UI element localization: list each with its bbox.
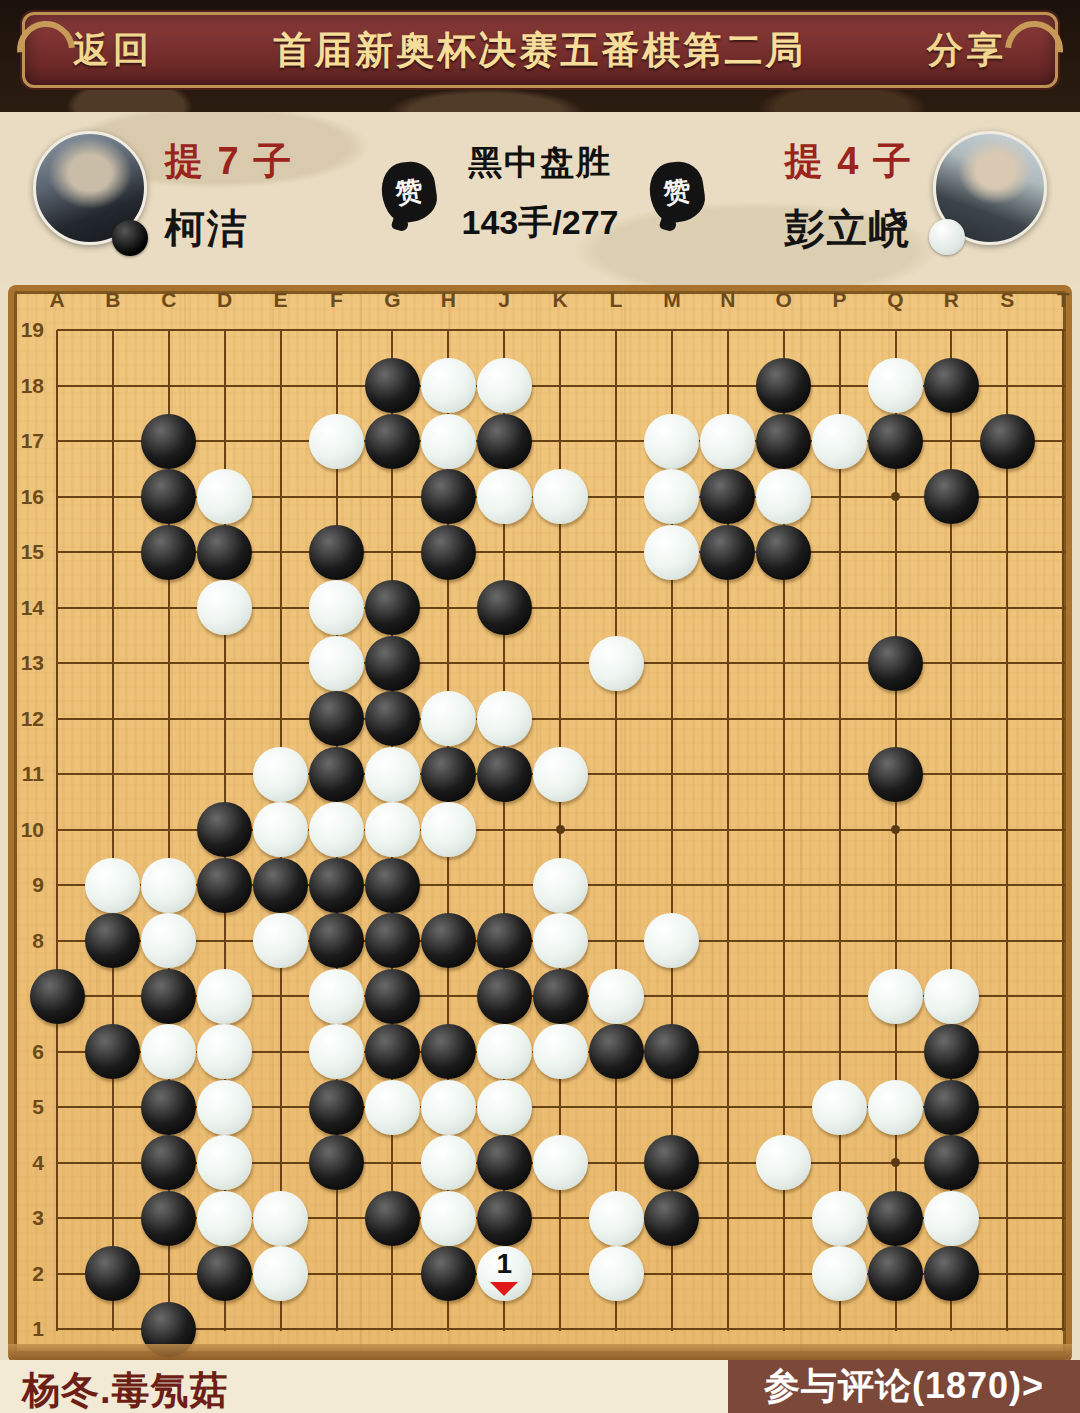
- white-stone-D6: [197, 1024, 252, 1079]
- black-stone-J11: [477, 747, 532, 802]
- white-stone-D5: [197, 1080, 252, 1135]
- comment-username: 杨冬.毒氖菇: [22, 1365, 229, 1413]
- black-stone-H16: [421, 469, 476, 524]
- column-label: D: [211, 288, 239, 312]
- white-stone-K16: [533, 469, 588, 524]
- black-stone-C7: [141, 969, 196, 1024]
- player-left-name: 柯洁: [165, 201, 293, 256]
- white-stone-G5: [365, 1080, 420, 1135]
- white-stone-P17: [812, 414, 867, 469]
- column-label: L: [602, 288, 630, 312]
- black-stone-badge: [112, 220, 148, 256]
- black-stone-K7: [533, 969, 588, 1024]
- row-label: 17: [14, 429, 44, 453]
- white-stone-Q18: [868, 358, 923, 413]
- column-label: S: [993, 288, 1021, 312]
- last-move-triangle-icon: [490, 1282, 518, 1296]
- black-stone-D2: [197, 1246, 252, 1301]
- go-board[interactable]: ABCDEFGHJKLMNOPQRST191817161514131211109…: [8, 285, 1072, 1360]
- white-stone-D7: [197, 969, 252, 1024]
- game-result: 黑中盘胜 143手/277: [430, 140, 650, 246]
- black-stone-Q17: [868, 414, 923, 469]
- black-stone-Q2: [868, 1246, 923, 1301]
- black-stone-R6: [924, 1024, 979, 1079]
- column-label: J: [490, 288, 518, 312]
- grid-line: [839, 330, 841, 1331]
- black-stone-F4: [309, 1135, 364, 1190]
- white-stone-C9: [141, 858, 196, 913]
- row-label: 10: [14, 818, 44, 842]
- black-stone-E9: [253, 858, 308, 913]
- black-stone-H8: [421, 913, 476, 968]
- white-stone-D16: [197, 469, 252, 524]
- black-stone-J17: [477, 414, 532, 469]
- black-stone-B2: [85, 1246, 140, 1301]
- white-stone-J2: 1: [477, 1246, 532, 1301]
- black-stone-Q3: [868, 1191, 923, 1246]
- row-label: 4: [14, 1151, 44, 1175]
- white-stone-D14: [197, 580, 252, 635]
- black-stone-D15: [197, 525, 252, 580]
- page-title: 首届新奥杯决赛五番棋第二局: [274, 25, 807, 76]
- white-stone-C8: [141, 913, 196, 968]
- black-stone-O17: [756, 414, 811, 469]
- white-stone-G10: [365, 802, 420, 857]
- white-stone-R7: [924, 969, 979, 1024]
- column-label: K: [546, 288, 574, 312]
- column-label: B: [99, 288, 127, 312]
- player-info-bar: 提 7 子 柯洁 赞 黑中盘胜 143手/277 赞 提 4 子 彭立峣: [0, 112, 1080, 285]
- row-label: 5: [14, 1095, 44, 1119]
- black-stone-A7: [30, 969, 85, 1024]
- column-label: M: [658, 288, 686, 312]
- column-label: G: [378, 288, 406, 312]
- row-label: 6: [14, 1040, 44, 1064]
- hoshi-point: [556, 825, 565, 834]
- black-stone-C3: [141, 1191, 196, 1246]
- row-label: 16: [14, 485, 44, 509]
- grid-line: [56, 330, 58, 1331]
- top-texture-strip: 返回 首届新奥杯决赛五番棋第二局 分享: [0, 0, 1080, 112]
- grid-line: [112, 330, 114, 1331]
- black-stone-G13: [365, 636, 420, 691]
- black-stone-L6: [589, 1024, 644, 1079]
- black-stone-H6: [421, 1024, 476, 1079]
- black-stone-Q11: [868, 747, 923, 802]
- black-stone-G7: [365, 969, 420, 1024]
- hoshi-point: [891, 1158, 900, 1167]
- grid-line: [57, 1328, 1065, 1330]
- white-stone-C6: [141, 1024, 196, 1079]
- row-label: 18: [14, 374, 44, 398]
- white-stone-K4: [533, 1135, 588, 1190]
- black-stone-O18: [756, 358, 811, 413]
- result-text: 黑中盘胜: [430, 140, 650, 186]
- black-stone-C1: [141, 1302, 196, 1357]
- white-stone-E10: [253, 802, 308, 857]
- white-stone-Q7: [868, 969, 923, 1024]
- white-stone-O16: [756, 469, 811, 524]
- black-stone-R4: [924, 1135, 979, 1190]
- row-label: 11: [14, 762, 44, 786]
- white-stone-M15: [644, 525, 699, 580]
- white-stone-H5: [421, 1080, 476, 1135]
- grid-line: [57, 718, 1065, 720]
- black-stone-D10: [197, 802, 252, 857]
- white-stone-K9: [533, 858, 588, 913]
- black-stone-F11: [309, 747, 364, 802]
- row-label: 2: [14, 1262, 44, 1286]
- white-stone-F14: [309, 580, 364, 635]
- white-stone-J12: [477, 691, 532, 746]
- black-stone-J8: [477, 913, 532, 968]
- column-label: Q: [882, 288, 910, 312]
- black-stone-R5: [924, 1080, 979, 1135]
- black-stone-C5: [141, 1080, 196, 1135]
- white-stone-H18: [421, 358, 476, 413]
- column-label: E: [267, 288, 295, 312]
- white-stone-K11: [533, 747, 588, 802]
- black-stone-M3: [644, 1191, 699, 1246]
- white-stone-Q5: [868, 1080, 923, 1135]
- white-stone-M17: [644, 414, 699, 469]
- hoshi-point: [891, 825, 900, 834]
- white-stone-F10: [309, 802, 364, 857]
- white-stone-L2: [589, 1246, 644, 1301]
- row-label: 9: [14, 873, 44, 897]
- black-stone-H2: [421, 1246, 476, 1301]
- black-stone-G6: [365, 1024, 420, 1079]
- black-stone-F8: [309, 913, 364, 968]
- black-stone-R18: [924, 358, 979, 413]
- white-stone-L7: [589, 969, 644, 1024]
- column-label: F: [323, 288, 351, 312]
- black-stone-M4: [644, 1135, 699, 1190]
- white-stone-J18: [477, 358, 532, 413]
- white-stone-K6: [533, 1024, 588, 1079]
- comment-bar: 杨冬.毒氖菇 参与评论(1870)>: [0, 1360, 1080, 1413]
- white-stone-H17: [421, 414, 476, 469]
- black-stone-C4: [141, 1135, 196, 1190]
- white-stone-D4: [197, 1135, 252, 1190]
- hoshi-point: [891, 492, 900, 501]
- row-label: 3: [14, 1206, 44, 1230]
- black-stone-R16: [924, 469, 979, 524]
- white-stone-H12: [421, 691, 476, 746]
- black-stone-J14: [477, 580, 532, 635]
- title-bar: 返回 首届新奥杯决赛五番棋第二局 分享: [22, 12, 1058, 88]
- black-stone-Q13: [868, 636, 923, 691]
- black-stone-O15: [756, 525, 811, 580]
- white-stone-G11: [365, 747, 420, 802]
- black-stone-G8: [365, 913, 420, 968]
- white-stone-F7: [309, 969, 364, 1024]
- white-stone-H10: [421, 802, 476, 857]
- column-label: C: [155, 288, 183, 312]
- black-stone-J3: [477, 1191, 532, 1246]
- white-stone-O4: [756, 1135, 811, 1190]
- row-label: 12: [14, 707, 44, 731]
- white-stone-H4: [421, 1135, 476, 1190]
- player-right-captures: 提 4 子: [785, 136, 913, 187]
- comment-button[interactable]: 参与评论(1870)>: [728, 1360, 1080, 1413]
- white-stone-badge: [929, 219, 965, 255]
- grid-line: [57, 329, 1065, 331]
- black-stone-B8: [85, 913, 140, 968]
- black-stone-B6: [85, 1024, 140, 1079]
- grid-line: [1006, 330, 1008, 1331]
- white-stone-F13: [309, 636, 364, 691]
- white-stone-R3: [924, 1191, 979, 1246]
- white-stone-B9: [85, 858, 140, 913]
- row-label: 19: [14, 318, 44, 342]
- zan-stamp-icon: 赞: [646, 159, 708, 226]
- black-stone-H15: [421, 525, 476, 580]
- black-stone-G14: [365, 580, 420, 635]
- black-stone-H11: [421, 747, 476, 802]
- player-right-name: 彭立峣: [785, 201, 913, 256]
- grid-line: [1062, 330, 1064, 1331]
- column-label: R: [937, 288, 965, 312]
- white-stone-L3: [589, 1191, 644, 1246]
- white-stone-K8: [533, 913, 588, 968]
- black-stone-G3: [365, 1191, 420, 1246]
- black-stone-N15: [700, 525, 755, 580]
- black-stone-F9: [309, 858, 364, 913]
- row-label: 8: [14, 929, 44, 953]
- black-stone-R2: [924, 1246, 979, 1301]
- row-label: 14: [14, 596, 44, 620]
- white-stone-E11: [253, 747, 308, 802]
- white-stone-L13: [589, 636, 644, 691]
- white-stone-M16: [644, 469, 699, 524]
- black-stone-F15: [309, 525, 364, 580]
- black-stone-C15: [141, 525, 196, 580]
- player-left-captures: 提 7 子: [165, 136, 293, 187]
- row-label: 13: [14, 651, 44, 675]
- column-label: N: [714, 288, 742, 312]
- white-stone-P2: [812, 1246, 867, 1301]
- black-stone-G18: [365, 358, 420, 413]
- white-stone-F17: [309, 414, 364, 469]
- black-stone-D9: [197, 858, 252, 913]
- row-label: 15: [14, 540, 44, 564]
- grid-line: [615, 330, 617, 1331]
- black-stone-G12: [365, 691, 420, 746]
- white-stone-N17: [700, 414, 755, 469]
- white-stone-J5: [477, 1080, 532, 1135]
- black-stone-S17: [980, 414, 1035, 469]
- column-label: A: [43, 288, 71, 312]
- white-stone-M8: [644, 913, 699, 968]
- white-stone-H3: [421, 1191, 476, 1246]
- last-move-number: 1: [477, 1250, 532, 1278]
- white-stone-E2: [253, 1246, 308, 1301]
- black-stone-J7: [477, 969, 532, 1024]
- white-stone-D3: [197, 1191, 252, 1246]
- white-stone-F6: [309, 1024, 364, 1079]
- black-stone-J4: [477, 1135, 532, 1190]
- white-stone-J16: [477, 469, 532, 524]
- black-stone-G9: [365, 858, 420, 913]
- column-label: P: [826, 288, 854, 312]
- move-counter: 143手/277: [430, 200, 650, 246]
- black-stone-F12: [309, 691, 364, 746]
- white-stone-P5: [812, 1080, 867, 1135]
- row-label: 1: [14, 1317, 44, 1341]
- black-stone-N16: [700, 469, 755, 524]
- black-stone-C16: [141, 469, 196, 524]
- column-label: H: [434, 288, 462, 312]
- black-stone-M6: [644, 1024, 699, 1079]
- white-stone-E8: [253, 913, 308, 968]
- white-stone-J6: [477, 1024, 532, 1079]
- white-stone-E3: [253, 1191, 308, 1246]
- white-stone-P3: [812, 1191, 867, 1246]
- column-label: T: [1049, 288, 1077, 312]
- black-stone-F5: [309, 1080, 364, 1135]
- black-stone-G17: [365, 414, 420, 469]
- black-stone-C17: [141, 414, 196, 469]
- column-label: O: [770, 288, 798, 312]
